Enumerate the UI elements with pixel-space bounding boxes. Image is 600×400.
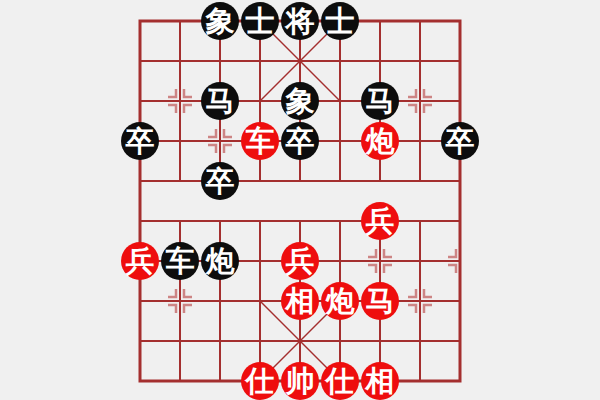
piece-black-horse[interactable]: 马	[360, 81, 400, 121]
piece-glyph: 将	[281, 2, 319, 40]
piece-glyph: 车	[161, 242, 199, 280]
piece-glyph: 象	[281, 82, 319, 120]
piece-black-soldier[interactable]: 卒	[120, 121, 160, 161]
piece-glyph: 卒	[201, 162, 239, 200]
piece-black-elephant[interactable]: 象	[200, 1, 240, 41]
piece-glyph: 炮	[201, 242, 239, 280]
piece-glyph: 士	[241, 2, 279, 40]
piece-red-horse[interactable]: 马	[360, 281, 400, 321]
piece-glyph: 炮	[361, 122, 399, 160]
piece-glyph: 士	[321, 2, 359, 40]
piece-red-advisor[interactable]: 仕	[320, 361, 360, 400]
piece-black-general[interactable]: 将	[280, 1, 320, 41]
piece-black-cannon[interactable]: 炮	[200, 241, 240, 281]
piece-glyph: 马	[361, 82, 399, 120]
piece-red-cannon[interactable]: 炮	[360, 121, 400, 161]
piece-glyph: 象	[201, 2, 239, 40]
piece-red-elephant[interactable]: 相	[360, 361, 400, 400]
piece-black-horse[interactable]: 马	[200, 81, 240, 121]
piece-glyph: 相	[361, 362, 399, 400]
piece-black-soldier[interactable]: 卒	[440, 121, 480, 161]
piece-red-chariot[interactable]: 车	[240, 121, 280, 161]
piece-glyph: 兵	[121, 242, 159, 280]
piece-red-elephant[interactable]: 相	[280, 281, 320, 321]
piece-black-advisor[interactable]: 士	[320, 1, 360, 41]
piece-glyph: 马	[201, 82, 239, 120]
piece-red-advisor[interactable]: 仕	[240, 361, 280, 400]
piece-glyph: 仕	[241, 362, 279, 400]
piece-glyph: 卒	[281, 122, 319, 160]
piece-glyph: 车	[241, 122, 279, 160]
piece-glyph: 兵	[281, 242, 319, 280]
piece-glyph: 帅	[281, 362, 319, 400]
piece-glyph: 兵	[361, 202, 399, 240]
piece-red-soldier[interactable]: 兵	[280, 241, 320, 281]
piece-red-general[interactable]: 帅	[280, 361, 320, 400]
piece-glyph: 马	[361, 282, 399, 320]
piece-glyph: 仕	[321, 362, 359, 400]
piece-red-cannon[interactable]: 炮	[320, 281, 360, 321]
piece-black-soldier[interactable]: 卒	[280, 121, 320, 161]
piece-red-soldier[interactable]: 兵	[120, 241, 160, 281]
piece-red-soldier[interactable]: 兵	[360, 201, 400, 241]
piece-glyph: 相	[281, 282, 319, 320]
piece-black-elephant[interactable]: 象	[280, 81, 320, 121]
piece-black-advisor[interactable]: 士	[240, 1, 280, 41]
piece-glyph: 卒	[441, 122, 479, 160]
piece-black-chariot[interactable]: 车	[160, 241, 200, 281]
piece-black-soldier[interactable]: 卒	[200, 161, 240, 201]
piece-glyph: 卒	[121, 122, 159, 160]
xiangqi-board: 象士将士马象马卒车卒炮卒卒兵兵车炮兵相炮马仕帅仕相	[0, 0, 600, 400]
piece-glyph: 炮	[321, 282, 359, 320]
piece-layer: 象士将士马象马卒车卒炮卒卒兵兵车炮兵相炮马仕帅仕相	[120, 1, 480, 400]
